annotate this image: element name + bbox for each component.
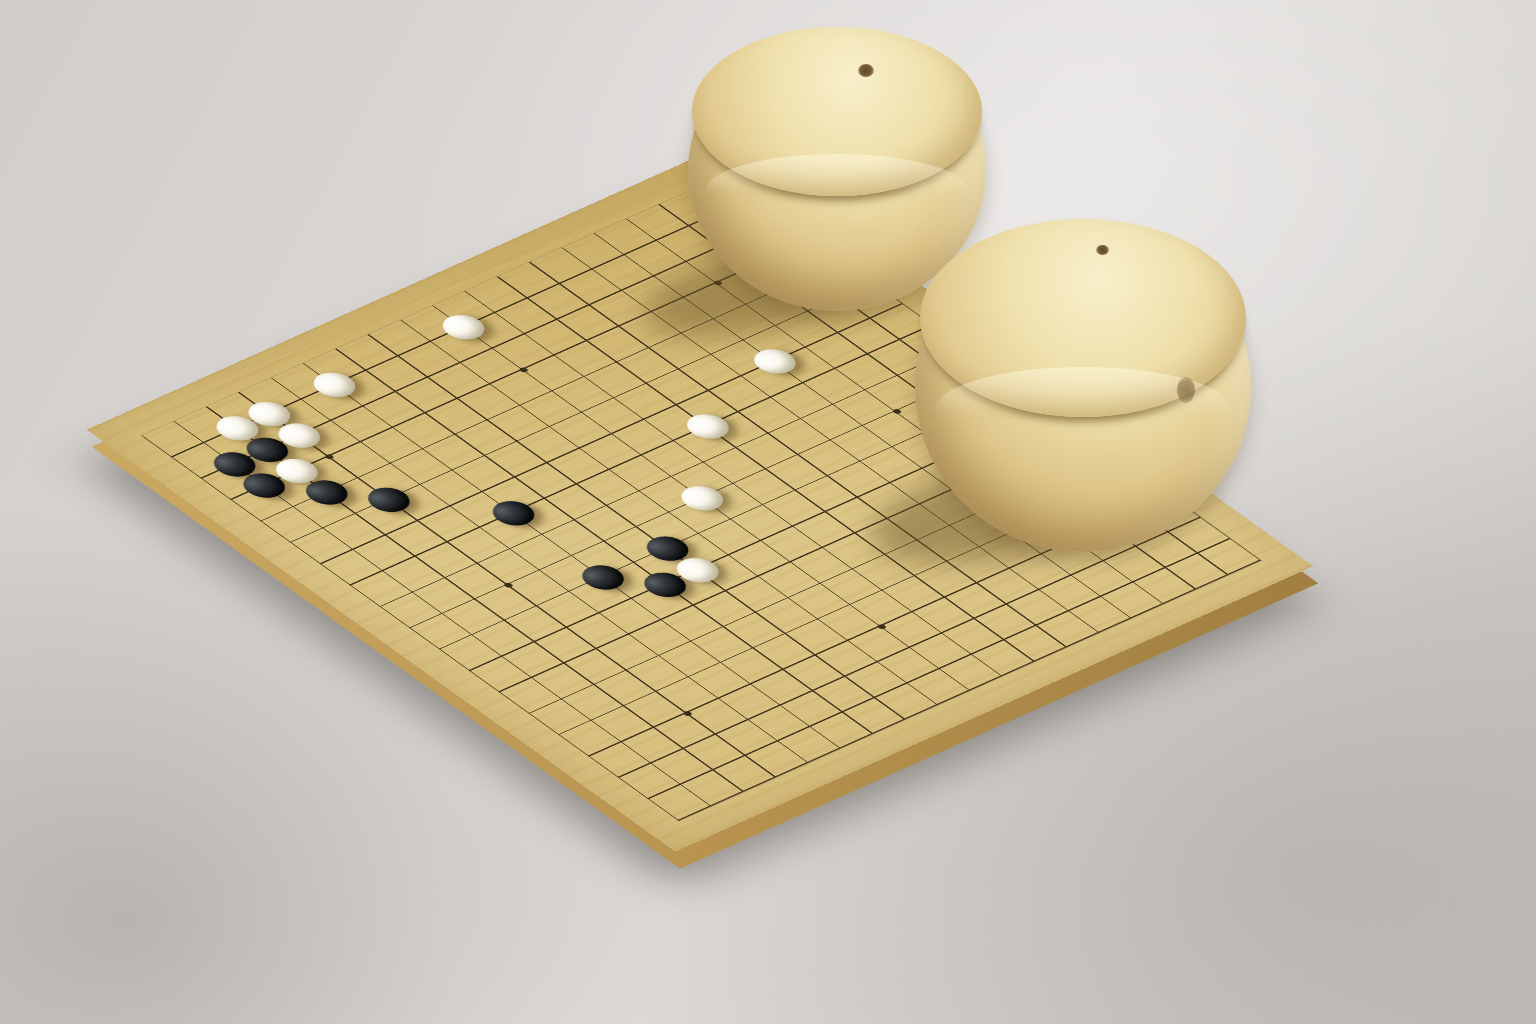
white-stone[interactable] (673, 481, 732, 515)
star-point (324, 454, 335, 460)
left-bowl-rim-highlight (706, 154, 968, 227)
white-stone[interactable] (305, 368, 364, 402)
star-point (503, 582, 514, 588)
white-stone[interactable] (434, 310, 493, 344)
left-bowl-wood-knot (858, 64, 874, 77)
black-stone[interactable] (638, 532, 697, 566)
go-bowl-right[interactable] (915, 222, 1251, 552)
star-point (876, 624, 887, 630)
black-stone[interactable] (573, 561, 632, 595)
star-point (518, 367, 529, 373)
star-point (682, 710, 693, 716)
white-stone[interactable] (678, 410, 737, 444)
photo-scene: Go board with stones and two wooden bowl… (0, 0, 1536, 1024)
white-stone[interactable] (745, 345, 804, 379)
black-stone[interactable] (359, 483, 418, 517)
black-stone[interactable] (297, 476, 356, 510)
star-point (891, 408, 902, 414)
black-stone[interactable] (484, 496, 543, 530)
